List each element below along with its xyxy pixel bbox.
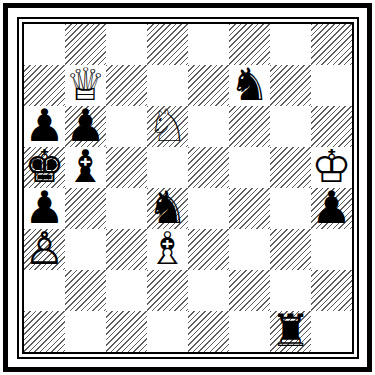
square-h3[interactable] — [311, 229, 352, 270]
square-h8[interactable] — [311, 24, 352, 65]
square-h4[interactable]: ♟ — [311, 188, 352, 229]
square-a8[interactable] — [24, 24, 65, 65]
square-g8[interactable] — [270, 24, 311, 65]
chess-board: ♕♞♟♟♘♚♝♔♟♞♟♙♗♜ — [24, 24, 352, 352]
square-d3[interactable]: ♗ — [147, 229, 188, 270]
square-f4[interactable] — [229, 188, 270, 229]
square-c2[interactable] — [106, 270, 147, 311]
square-c8[interactable] — [106, 24, 147, 65]
square-e6[interactable] — [188, 106, 229, 147]
square-b5[interactable]: ♝ — [65, 147, 106, 188]
square-a1[interactable] — [24, 311, 65, 352]
piece-black-rook[interactable]: ♜ — [270, 310, 310, 351]
square-e8[interactable] — [188, 24, 229, 65]
square-e5[interactable] — [188, 147, 229, 188]
piece-black-pawn[interactable]: ♟ — [311, 187, 351, 228]
square-g7[interactable] — [270, 65, 311, 106]
piece-white-knight[interactable]: ♘ — [147, 105, 187, 146]
square-a3[interactable]: ♙ — [24, 229, 65, 270]
board-inner-frame: ♕♞♟♟♘♚♝♔♟♞♟♙♗♜ — [22, 22, 354, 354]
square-d8[interactable] — [147, 24, 188, 65]
square-g4[interactable] — [270, 188, 311, 229]
chess-diagram-page: ♕♞♟♟♘♚♝♔♟♞♟♙♗♜ — [0, 0, 375, 375]
piece-white-pawn[interactable]: ♙ — [24, 228, 64, 269]
piece-white-bishop[interactable]: ♗ — [147, 228, 187, 269]
square-e1[interactable] — [188, 311, 229, 352]
square-e2[interactable] — [188, 270, 229, 311]
square-f5[interactable] — [229, 147, 270, 188]
square-b1[interactable] — [65, 311, 106, 352]
square-f7[interactable]: ♞ — [229, 65, 270, 106]
square-c6[interactable] — [106, 106, 147, 147]
square-e7[interactable] — [188, 65, 229, 106]
square-f2[interactable] — [229, 270, 270, 311]
piece-black-bishop[interactable]: ♝ — [65, 146, 105, 187]
square-f1[interactable] — [229, 311, 270, 352]
square-c3[interactable] — [106, 229, 147, 270]
square-e3[interactable] — [188, 229, 229, 270]
square-g6[interactable] — [270, 106, 311, 147]
board-frame: ♕♞♟♟♘♚♝♔♟♞♟♙♗♜ — [17, 17, 359, 359]
square-f6[interactable] — [229, 106, 270, 147]
square-g3[interactable] — [270, 229, 311, 270]
square-c1[interactable] — [106, 311, 147, 352]
square-d6[interactable]: ♘ — [147, 106, 188, 147]
square-b3[interactable] — [65, 229, 106, 270]
square-h1[interactable] — [311, 311, 352, 352]
square-a2[interactable] — [24, 270, 65, 311]
square-d2[interactable] — [147, 270, 188, 311]
square-b4[interactable] — [65, 188, 106, 229]
square-g5[interactable] — [270, 147, 311, 188]
square-h7[interactable] — [311, 65, 352, 106]
piece-black-knight[interactable]: ♞ — [229, 64, 269, 105]
square-f3[interactable] — [229, 229, 270, 270]
square-e4[interactable] — [188, 188, 229, 229]
square-c4[interactable] — [106, 188, 147, 229]
square-d1[interactable] — [147, 311, 188, 352]
square-c7[interactable] — [106, 65, 147, 106]
square-h2[interactable] — [311, 270, 352, 311]
square-b2[interactable] — [65, 270, 106, 311]
square-g1[interactable]: ♜ — [270, 311, 311, 352]
square-c5[interactable] — [106, 147, 147, 188]
